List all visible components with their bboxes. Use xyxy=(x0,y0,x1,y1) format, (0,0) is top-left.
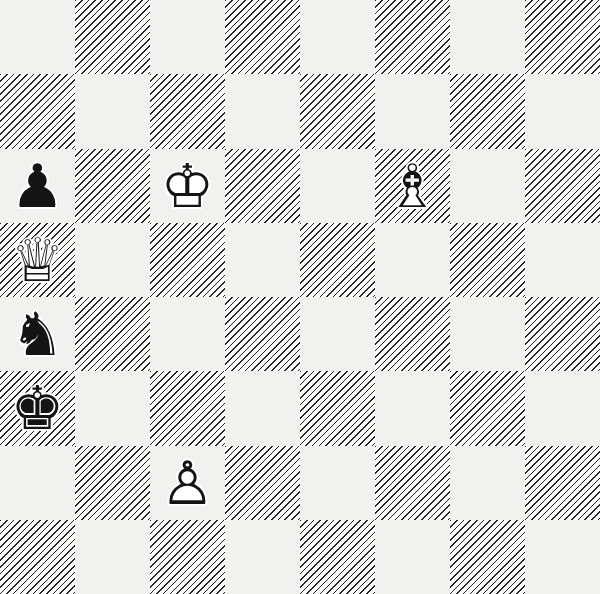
square-c8[interactable] xyxy=(150,0,225,74)
square-e6[interactable] xyxy=(300,149,375,223)
white-king-fill: ♚ xyxy=(150,149,225,223)
square-h8[interactable] xyxy=(525,0,600,74)
square-f7[interactable] xyxy=(375,74,450,148)
square-g6[interactable] xyxy=(450,149,525,223)
square-c6[interactable]: ♚♔ xyxy=(150,149,225,223)
square-b3[interactable] xyxy=(75,371,150,445)
square-d5[interactable] xyxy=(225,223,300,297)
square-f1[interactable] xyxy=(375,520,450,594)
square-d3[interactable] xyxy=(225,371,300,445)
square-h4[interactable] xyxy=(525,297,600,371)
square-a2[interactable] xyxy=(0,446,75,520)
square-f2[interactable] xyxy=(375,446,450,520)
chess-board: ♟♚♔♝♗♛♕♞♚♟♙ xyxy=(0,0,600,594)
white-bishop-icon: ♗ xyxy=(375,149,450,223)
square-a4[interactable]: ♞ xyxy=(0,297,75,371)
square-e5[interactable] xyxy=(300,223,375,297)
square-d7[interactable] xyxy=(225,74,300,148)
square-c3[interactable] xyxy=(150,371,225,445)
square-a3[interactable]: ♚ xyxy=(0,371,75,445)
square-g2[interactable] xyxy=(450,446,525,520)
square-d8[interactable] xyxy=(225,0,300,74)
square-a7[interactable] xyxy=(0,74,75,148)
square-d6[interactable] xyxy=(225,149,300,223)
square-g7[interactable] xyxy=(450,74,525,148)
square-h1[interactable] xyxy=(525,520,600,594)
square-b7[interactable] xyxy=(75,74,150,148)
square-f8[interactable] xyxy=(375,0,450,74)
square-b6[interactable] xyxy=(75,149,150,223)
square-c2[interactable]: ♟♙ xyxy=(150,446,225,520)
square-f4[interactable] xyxy=(375,297,450,371)
black-knight-icon: ♞ xyxy=(0,297,75,371)
square-f3[interactable] xyxy=(375,371,450,445)
square-f6[interactable]: ♝♗ xyxy=(375,149,450,223)
white-queen-icon: ♕ xyxy=(0,223,75,297)
white-queen-fill: ♛ xyxy=(0,223,75,297)
square-d2[interactable] xyxy=(225,446,300,520)
square-e2[interactable] xyxy=(300,446,375,520)
square-e8[interactable] xyxy=(300,0,375,74)
white-bishop-fill: ♝ xyxy=(375,149,450,223)
square-c7[interactable] xyxy=(150,74,225,148)
square-e3[interactable] xyxy=(300,371,375,445)
square-g1[interactable] xyxy=(450,520,525,594)
square-a1[interactable] xyxy=(0,520,75,594)
square-d4[interactable] xyxy=(225,297,300,371)
square-h3[interactable] xyxy=(525,371,600,445)
black-king-icon: ♚ xyxy=(0,371,75,445)
square-b4[interactable] xyxy=(75,297,150,371)
square-e1[interactable] xyxy=(300,520,375,594)
square-e7[interactable] xyxy=(300,74,375,148)
white-king-icon: ♔ xyxy=(150,149,225,223)
white-pawn-fill: ♟ xyxy=(150,446,225,520)
square-g4[interactable] xyxy=(450,297,525,371)
square-h6[interactable] xyxy=(525,149,600,223)
square-a5[interactable]: ♛♕ xyxy=(0,223,75,297)
square-c4[interactable] xyxy=(150,297,225,371)
square-a8[interactable] xyxy=(0,0,75,74)
square-b1[interactable] xyxy=(75,520,150,594)
square-f5[interactable] xyxy=(375,223,450,297)
square-d1[interactable] xyxy=(225,520,300,594)
square-a6[interactable]: ♟ xyxy=(0,149,75,223)
square-h7[interactable] xyxy=(525,74,600,148)
square-h5[interactable] xyxy=(525,223,600,297)
square-b2[interactable] xyxy=(75,446,150,520)
square-e4[interactable] xyxy=(300,297,375,371)
square-g3[interactable] xyxy=(450,371,525,445)
square-b5[interactable] xyxy=(75,223,150,297)
square-c1[interactable] xyxy=(150,520,225,594)
square-g8[interactable] xyxy=(450,0,525,74)
square-c5[interactable] xyxy=(150,223,225,297)
white-pawn-icon: ♙ xyxy=(150,446,225,520)
square-b8[interactable] xyxy=(75,0,150,74)
square-g5[interactable] xyxy=(450,223,525,297)
black-pawn-icon: ♟ xyxy=(0,149,75,223)
square-h2[interactable] xyxy=(525,446,600,520)
